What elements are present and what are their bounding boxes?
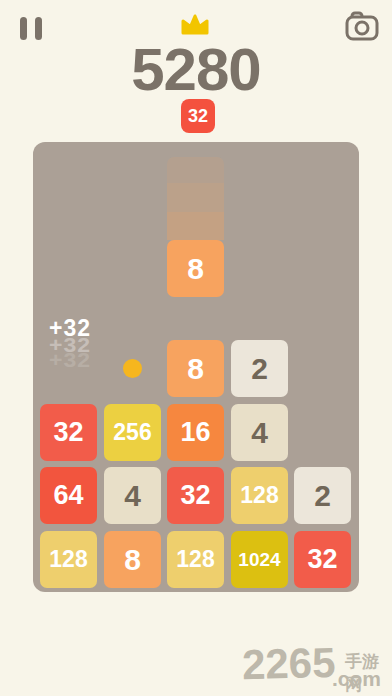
tile-128: 128 — [167, 531, 224, 588]
tile-128: 128 — [40, 531, 97, 588]
tile-128: 128 — [231, 467, 288, 524]
next-tile-preview: 32 — [181, 99, 215, 133]
watermark-brand: 2265 — [242, 645, 336, 683]
falling-trail — [167, 157, 224, 183]
tile-4: 4 — [104, 467, 161, 524]
tile-8: 8 — [167, 340, 224, 397]
falling-tile-8: 8 — [167, 240, 224, 297]
tile-2: 2 — [231, 340, 288, 397]
tile-64: 64 — [40, 467, 97, 524]
tile-256: 256 — [104, 404, 161, 461]
watermark-suffix: .com — [332, 667, 381, 691]
falling-trail — [167, 183, 224, 212]
tile-16: 16 — [167, 404, 224, 461]
tile-1024: 1024 — [231, 531, 288, 588]
tile-4: 4 — [231, 404, 288, 461]
tile-2: 2 — [294, 467, 351, 524]
tile-32: 32 — [167, 467, 224, 524]
score-popup-ghost: +32 — [49, 349, 129, 372]
camera-icon — [345, 11, 379, 41]
falling-trail — [167, 212, 224, 240]
pause-icon — [35, 17, 42, 40]
game-screen: 5280 32 +32 +32 +32 88232256164644321282… — [0, 0, 392, 696]
pause-button[interactable] — [20, 17, 50, 41]
tile-8: 8 — [104, 531, 161, 588]
pause-icon — [20, 17, 27, 40]
watermark: 2265 手游网 .com — [242, 644, 392, 696]
tile-32: 32 — [294, 531, 351, 588]
screenshot-button[interactable] — [345, 11, 379, 41]
crown-icon — [180, 13, 210, 37]
tile-32: 32 — [40, 404, 97, 461]
score: 5280 — [0, 40, 392, 100]
board[interactable]: +32 +32 +32 8823225616464432128212881281… — [33, 142, 359, 592]
